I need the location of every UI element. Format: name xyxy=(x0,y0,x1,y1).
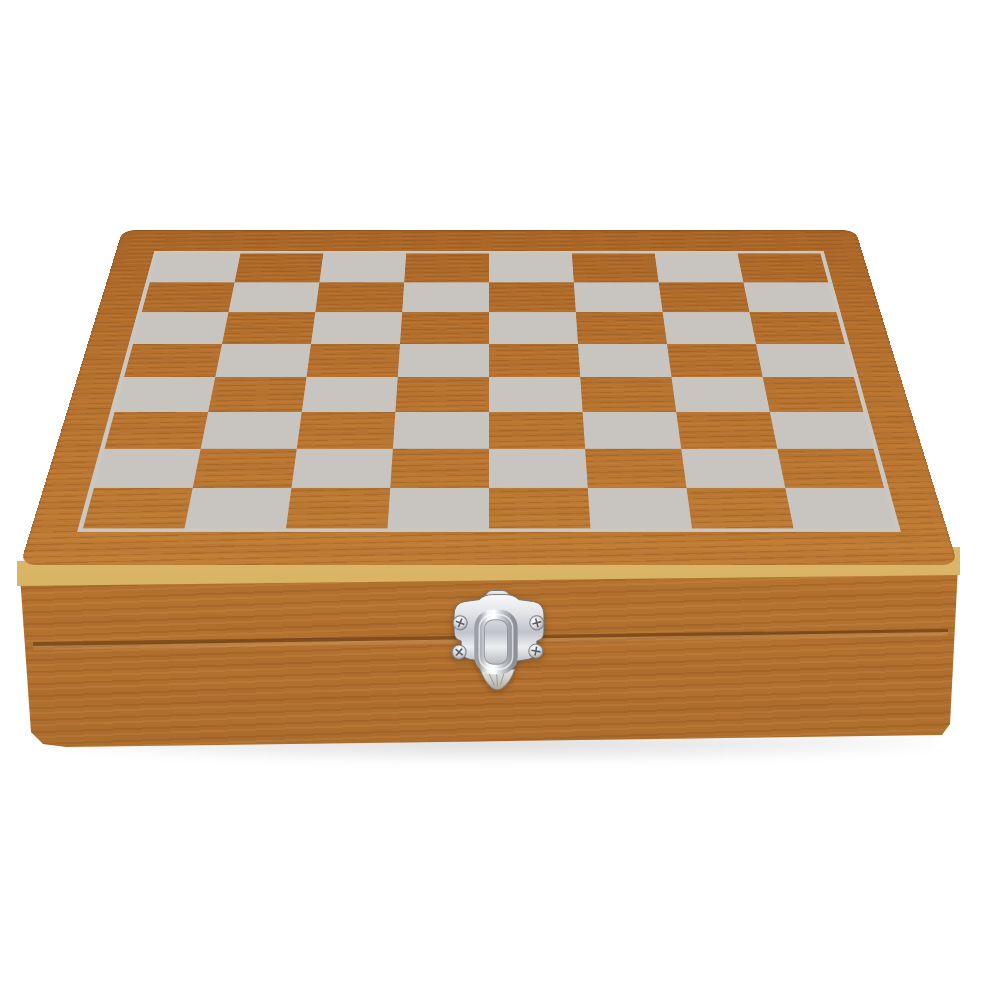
square-e3 xyxy=(489,412,585,449)
square-b7 xyxy=(228,282,319,312)
square-e1 xyxy=(489,487,591,528)
square-c3 xyxy=(297,412,396,449)
square-b6 xyxy=(222,312,315,344)
square-e4 xyxy=(489,377,583,412)
square-h6 xyxy=(750,312,845,344)
square-f6 xyxy=(576,312,667,344)
square-d6 xyxy=(400,312,489,344)
square-d3 xyxy=(393,412,489,449)
square-b8 xyxy=(235,253,324,282)
square-h7 xyxy=(743,282,836,312)
square-c6 xyxy=(311,312,402,344)
square-c4 xyxy=(302,377,398,412)
square-c5 xyxy=(307,344,400,377)
square-a6 xyxy=(133,312,228,344)
square-a1 xyxy=(83,487,193,528)
square-a4 xyxy=(115,377,216,412)
square-g6 xyxy=(663,312,756,344)
square-c8 xyxy=(319,253,406,282)
square-b1 xyxy=(184,487,291,528)
square-f2 xyxy=(585,449,686,488)
square-b4 xyxy=(208,377,306,412)
square-h8 xyxy=(738,253,829,282)
square-g3 xyxy=(676,412,777,449)
square-h2 xyxy=(777,449,884,488)
square-g8 xyxy=(655,253,744,282)
square-e8 xyxy=(489,253,574,282)
latch-icon xyxy=(446,590,552,692)
square-a5 xyxy=(124,344,222,377)
chessboard xyxy=(83,253,895,528)
square-f4 xyxy=(580,377,676,412)
square-d2 xyxy=(390,449,489,488)
square-f8 xyxy=(572,253,659,282)
square-h3 xyxy=(770,412,874,449)
square-e5 xyxy=(489,344,580,377)
square-g4 xyxy=(671,377,769,412)
square-h5 xyxy=(756,344,854,377)
square-f1 xyxy=(588,487,692,528)
square-h1 xyxy=(785,487,895,528)
square-c2 xyxy=(292,449,393,488)
square-b5 xyxy=(215,344,311,377)
square-b2 xyxy=(193,449,297,488)
square-d5 xyxy=(398,344,489,377)
square-b3 xyxy=(201,412,302,449)
square-f7 xyxy=(574,282,663,312)
square-d1 xyxy=(387,487,489,528)
square-c1 xyxy=(286,487,390,528)
square-h4 xyxy=(763,377,864,412)
box-lid-top xyxy=(20,230,958,565)
latch-backplate xyxy=(454,595,544,670)
square-f5 xyxy=(578,344,671,377)
product-photo xyxy=(0,0,1000,1000)
square-e2 xyxy=(489,449,588,488)
square-f3 xyxy=(583,412,682,449)
square-d4 xyxy=(395,377,489,412)
square-e6 xyxy=(489,312,578,344)
square-a3 xyxy=(105,412,209,449)
square-a7 xyxy=(142,282,235,312)
square-d7 xyxy=(402,282,489,312)
square-g1 xyxy=(686,487,793,528)
square-g5 xyxy=(667,344,763,377)
board-frame-line xyxy=(77,251,901,532)
square-a8 xyxy=(150,253,241,282)
square-e7 xyxy=(489,282,576,312)
square-c7 xyxy=(315,282,404,312)
square-g2 xyxy=(681,449,785,488)
square-a2 xyxy=(94,449,201,488)
square-d8 xyxy=(404,253,489,282)
square-g7 xyxy=(659,282,750,312)
